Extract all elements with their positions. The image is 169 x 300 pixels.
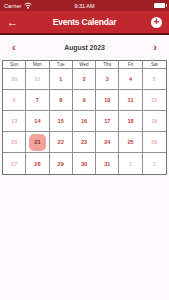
day-cell[interactable]: 27 (3, 153, 26, 174)
day-number: 26 (151, 139, 157, 145)
day-cell[interactable]: 5 (143, 69, 166, 90)
day-number: 3 (106, 76, 109, 82)
day-number: 4 (129, 76, 132, 82)
day-cell[interactable]: 30 (73, 153, 96, 174)
day-number: 31 (104, 161, 110, 167)
day-number: 27 (11, 161, 17, 167)
back-button[interactable]: ← (7, 17, 18, 28)
day-cell[interactable]: 24 (96, 132, 119, 153)
day-number: 28 (34, 161, 40, 167)
day-number: 12 (151, 97, 157, 103)
day-header: Wed (73, 61, 96, 69)
day-cell[interactable]: 25 (119, 132, 142, 153)
day-number: 25 (127, 139, 133, 145)
day-cell[interactable]: 22 (50, 132, 73, 153)
day-number: 10 (104, 97, 110, 103)
nav-bar: ← Events Calendar + (0, 11, 169, 35)
day-cell[interactable]: 2 (73, 69, 96, 90)
carrier-label: Carrier (4, 3, 22, 9)
day-number: 22 (58, 139, 64, 145)
add-event-button[interactable]: + (151, 17, 162, 28)
day-cell[interactable]: 2 (143, 153, 166, 174)
day-number: 18 (127, 118, 133, 124)
day-cell[interactable]: 1 (119, 153, 142, 174)
day-cell[interactable]: 10 (96, 90, 119, 111)
day-cell[interactable]: 4 (119, 69, 142, 90)
day-cell[interactable]: 8 (50, 90, 73, 111)
empty-content-area (0, 175, 169, 300)
month-title: August 2023 (0, 44, 169, 51)
day-cell[interactable]: 11 (119, 90, 142, 111)
day-header: Thu (96, 61, 119, 69)
day-cell[interactable]: 9 (73, 90, 96, 111)
day-cell[interactable]: 20 (3, 132, 26, 153)
day-cell[interactable]: 18 (119, 111, 142, 132)
day-cell[interactable]: 3 (96, 69, 119, 90)
day-cell[interactable]: 21 (26, 132, 49, 153)
day-number: 31 (34, 76, 40, 82)
day-header: Sat (143, 61, 166, 69)
day-number: 2 (82, 76, 85, 82)
day-cell[interactable]: 28 (26, 153, 49, 174)
day-cell[interactable]: 12 (143, 90, 166, 111)
day-number: 11 (128, 97, 134, 103)
day-number: 9 (82, 97, 85, 103)
chevron-right-icon[interactable]: › (153, 42, 157, 53)
day-number: 7 (36, 97, 39, 103)
day-cell[interactable]: 29 (50, 153, 73, 174)
day-number: 30 (81, 161, 87, 167)
app-screen: Carrier 9:31 AM ← Events Calendar + ‹ Au… (0, 0, 169, 300)
calendar-grid: SunMonTueWedThuFriSat3031123456789101112… (3, 61, 166, 174)
day-number: 29 (58, 161, 64, 167)
day-cell[interactable]: 30 (3, 69, 26, 90)
day-cell[interactable]: 14 (26, 111, 49, 132)
day-number: 30 (11, 76, 17, 82)
day-number: 16 (81, 118, 87, 124)
day-header: Tue (50, 61, 73, 69)
status-bar: Carrier 9:31 AM (0, 0, 169, 11)
wifi-icon (24, 2, 32, 9)
day-header: Fri (119, 61, 142, 69)
day-cell[interactable]: 23 (73, 132, 96, 153)
day-number: 8 (59, 97, 62, 103)
day-number: 14 (34, 118, 40, 124)
day-number: 5 (153, 76, 156, 82)
day-number: 23 (81, 139, 87, 145)
day-cell[interactable]: 31 (26, 69, 49, 90)
day-number: 1 (59, 76, 62, 82)
page-title: Events Calendar (0, 17, 169, 27)
day-header: Sun (3, 61, 26, 69)
day-number: 24 (104, 139, 110, 145)
day-number: 19 (151, 118, 157, 124)
day-cell[interactable]: 26 (143, 132, 166, 153)
day-cell[interactable]: 19 (143, 111, 166, 132)
battery-icon (154, 3, 165, 8)
day-number: 2 (153, 161, 156, 167)
day-cell[interactable]: 1 (50, 69, 73, 90)
day-number: 20 (11, 139, 17, 145)
selected-day: 21 (29, 134, 46, 151)
day-cell[interactable]: 6 (3, 90, 26, 111)
day-cell[interactable]: 15 (50, 111, 73, 132)
day-number: 13 (11, 118, 17, 124)
day-number: 6 (13, 97, 16, 103)
day-header: Mon (26, 61, 49, 69)
chevron-left-icon[interactable]: ‹ (12, 42, 16, 53)
day-cell[interactable]: 16 (73, 111, 96, 132)
day-cell[interactable]: 17 (96, 111, 119, 132)
month-navigator: ‹ August 2023 › (0, 35, 169, 60)
day-number: 17 (104, 118, 110, 124)
day-cell[interactable]: 31 (96, 153, 119, 174)
calendar: SunMonTueWedThuFriSat3031123456789101112… (2, 60, 167, 175)
day-cell[interactable]: 13 (3, 111, 26, 132)
day-number: 15 (58, 118, 64, 124)
day-number: 1 (129, 161, 132, 167)
day-cell[interactable]: 7 (26, 90, 49, 111)
